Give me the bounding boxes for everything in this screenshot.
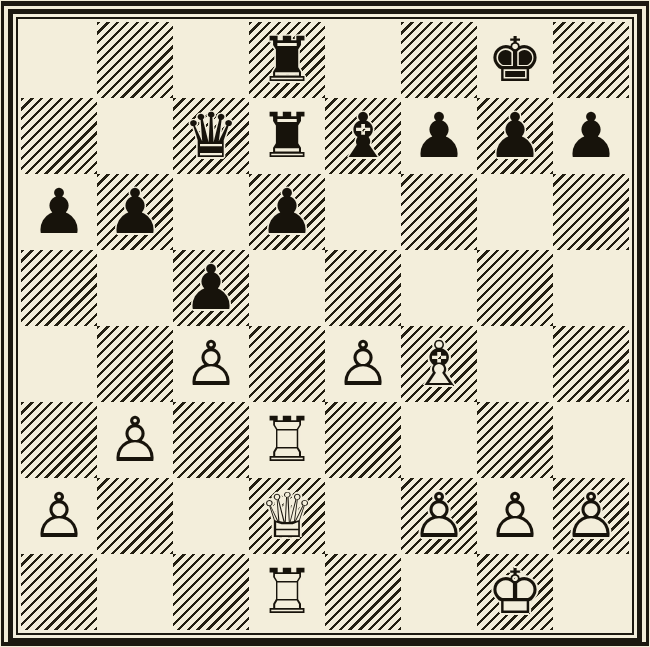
square-c4: ♟♙: [173, 326, 249, 402]
square-f6: [401, 174, 477, 250]
square-a6: ♟: [21, 174, 97, 250]
black-piece-glyph: ♛: [173, 98, 249, 174]
white-pawn-e4: ♟♙: [325, 326, 401, 402]
square-a8: [21, 22, 97, 98]
black-pawn-f7: ♟: [401, 98, 477, 174]
square-b8: [97, 22, 173, 98]
white-rook-d1: ♜♖: [249, 554, 325, 630]
black-piece-glyph: ♟: [553, 98, 629, 174]
black-piece-glyph: ♟: [97, 174, 173, 250]
white-piece-outline-glyph: ♖: [249, 554, 325, 630]
square-g3: [477, 402, 553, 478]
square-b5: [97, 250, 173, 326]
square-h6: [553, 174, 629, 250]
black-pawn-c5: ♟: [173, 250, 249, 326]
square-h4: [553, 326, 629, 402]
square-h7: ♟: [553, 98, 629, 174]
square-g7: ♟: [477, 98, 553, 174]
black-pawn-a6: ♟: [21, 174, 97, 250]
white-pawn-b3: ♟♙: [97, 402, 173, 478]
square-d1: ♜♖: [249, 554, 325, 630]
square-g6: [477, 174, 553, 250]
square-h2: ♟♙: [553, 478, 629, 554]
white-piece-outline-glyph: ♙: [553, 478, 629, 554]
black-pawn-h7: ♟: [553, 98, 629, 174]
white-piece-outline-glyph: ♖: [249, 402, 325, 478]
white-king-g1: ♚♔: [477, 554, 553, 630]
white-piece-outline-glyph: ♕: [249, 478, 325, 554]
black-pawn-g7: ♟: [477, 98, 553, 174]
square-d7: ♜: [249, 98, 325, 174]
square-e6: [325, 174, 401, 250]
square-a7: [21, 98, 97, 174]
square-a1: [21, 554, 97, 630]
square-e7: ♝: [325, 98, 401, 174]
black-piece-glyph: ♟: [477, 98, 553, 174]
square-a2: ♟♙: [21, 478, 97, 554]
square-c7: ♛: [173, 98, 249, 174]
square-e5: [325, 250, 401, 326]
square-e2: [325, 478, 401, 554]
square-c5: ♟: [173, 250, 249, 326]
square-d3: ♜♖: [249, 402, 325, 478]
white-rook-d3: ♜♖: [249, 402, 325, 478]
square-b7: [97, 98, 173, 174]
square-a4: [21, 326, 97, 402]
square-d6: ♟: [249, 174, 325, 250]
square-g2: ♟♙: [477, 478, 553, 554]
square-c3: [173, 402, 249, 478]
square-g1: ♚♔: [477, 554, 553, 630]
white-piece-outline-glyph: ♙: [173, 326, 249, 402]
square-e8: [325, 22, 401, 98]
square-d4: [249, 326, 325, 402]
square-h3: [553, 402, 629, 478]
square-d5: [249, 250, 325, 326]
black-rook-d7: ♜: [249, 98, 325, 174]
white-piece-outline-glyph: ♙: [477, 478, 553, 554]
square-g4: [477, 326, 553, 402]
square-e4: ♟♙: [325, 326, 401, 402]
black-piece-glyph: ♚: [477, 22, 553, 98]
square-f3: [401, 402, 477, 478]
square-g5: [477, 250, 553, 326]
black-pawn-d6: ♟: [249, 174, 325, 250]
square-d8: ♜: [249, 22, 325, 98]
square-f5: [401, 250, 477, 326]
white-piece-outline-glyph: ♙: [401, 478, 477, 554]
chess-board: ♜♚♛♜♝♟♟♟♟♟♟♟♟♙♟♙♝♗♟♙♜♖♟♙♛♕♟♙♟♙♟♙♜♖♚♔: [21, 22, 629, 630]
black-queen-c7: ♛: [173, 98, 249, 174]
white-piece-outline-glyph: ♗: [401, 326, 477, 402]
black-piece-glyph: ♜: [249, 98, 325, 174]
black-piece-glyph: ♜: [249, 22, 325, 98]
square-b2: [97, 478, 173, 554]
square-c1: [173, 554, 249, 630]
square-f4: ♝♗: [401, 326, 477, 402]
square-c8: [173, 22, 249, 98]
white-piece-outline-glyph: ♙: [97, 402, 173, 478]
black-rook-d8: ♜: [249, 22, 325, 98]
square-f8: [401, 22, 477, 98]
white-pawn-h2: ♟♙: [553, 478, 629, 554]
white-pawn-c4: ♟♙: [173, 326, 249, 402]
black-bishop-e7: ♝: [325, 98, 401, 174]
square-h5: [553, 250, 629, 326]
square-b3: ♟♙: [97, 402, 173, 478]
square-b4: [97, 326, 173, 402]
square-d2: ♛♕: [249, 478, 325, 554]
white-piece-outline-glyph: ♙: [21, 478, 97, 554]
black-piece-glyph: ♟: [173, 250, 249, 326]
square-e3: [325, 402, 401, 478]
white-piece-outline-glyph: ♔: [477, 554, 553, 630]
white-pawn-g2: ♟♙: [477, 478, 553, 554]
black-piece-glyph: ♝: [325, 98, 401, 174]
square-g8: ♚: [477, 22, 553, 98]
black-piece-glyph: ♟: [249, 174, 325, 250]
white-queen-d2: ♛♕: [249, 478, 325, 554]
black-king-g8: ♚: [477, 22, 553, 98]
square-h1: [553, 554, 629, 630]
square-c2: [173, 478, 249, 554]
black-pawn-b6: ♟: [97, 174, 173, 250]
chess-diagram-frame: ♜♚♛♜♝♟♟♟♟♟♟♟♟♙♟♙♝♗♟♙♜♖♟♙♛♕♟♙♟♙♟♙♜♖♚♔: [8, 9, 642, 643]
square-f7: ♟: [401, 98, 477, 174]
square-b6: ♟: [97, 174, 173, 250]
square-h8: [553, 22, 629, 98]
square-a3: [21, 402, 97, 478]
white-pawn-f2: ♟♙: [401, 478, 477, 554]
white-piece-outline-glyph: ♙: [325, 326, 401, 402]
square-f2: ♟♙: [401, 478, 477, 554]
square-c6: [173, 174, 249, 250]
square-f1: [401, 554, 477, 630]
white-pawn-a2: ♟♙: [21, 478, 97, 554]
black-piece-glyph: ♟: [21, 174, 97, 250]
white-bishop-f4: ♝♗: [401, 326, 477, 402]
chess-diagram-inner-rule: ♜♚♛♜♝♟♟♟♟♟♟♟♟♙♟♙♝♗♟♙♜♖♟♙♛♕♟♙♟♙♟♙♜♖♚♔: [16, 17, 634, 635]
square-a5: [21, 250, 97, 326]
black-piece-glyph: ♟: [401, 98, 477, 174]
square-e1: [325, 554, 401, 630]
square-b1: [97, 554, 173, 630]
